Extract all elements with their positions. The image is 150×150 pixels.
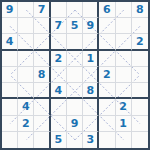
cell-r7c4[interactable]: [51, 99, 67, 115]
cell-r3c9[interactable]: 2: [132, 34, 148, 50]
cell-r9c6[interactable]: 3: [83, 132, 99, 148]
cell-r2c3[interactable]: [34, 18, 50, 34]
cell-r9c7[interactable]: [99, 132, 115, 148]
cell-r5c8[interactable]: [116, 67, 132, 83]
cell-r4c3[interactable]: [34, 51, 50, 67]
cell-r6c3[interactable]: [34, 83, 50, 99]
cell-r7c3[interactable]: [34, 99, 50, 115]
cell-r3c6[interactable]: [83, 34, 99, 50]
cell-r7c9[interactable]: [132, 99, 148, 115]
cell-r4c1[interactable]: [2, 51, 18, 67]
cell-r6c7[interactable]: [99, 83, 115, 99]
cell-r7c5[interactable]: [67, 99, 83, 115]
cell-r8c8[interactable]: 1: [116, 116, 132, 132]
cell-r6c1[interactable]: [2, 83, 18, 99]
cell-r4c7[interactable]: [99, 51, 115, 67]
cell-r9c2[interactable]: [18, 132, 34, 148]
cell-r9c8[interactable]: [116, 132, 132, 148]
cell-r5c1[interactable]: [2, 67, 18, 83]
cell-r6c5[interactable]: [67, 83, 83, 99]
cell-r2c9[interactable]: [132, 18, 148, 34]
cell-r2c1[interactable]: [2, 18, 18, 34]
cell-r5c5[interactable]: [67, 67, 83, 83]
cell-r2c2[interactable]: [18, 18, 34, 34]
cell-r4c6[interactable]: 1: [83, 51, 99, 67]
cell-r8c6[interactable]: [83, 116, 99, 132]
cell-r2c5[interactable]: 5: [67, 18, 83, 34]
cell-r8c2[interactable]: 2: [18, 116, 34, 132]
cell-r3c2[interactable]: [18, 34, 34, 50]
cell-r6c8[interactable]: [116, 83, 132, 99]
cell-r4c8[interactable]: [116, 51, 132, 67]
cell-r7c6[interactable]: [83, 99, 99, 115]
cell-r5c7[interactable]: 2: [99, 67, 115, 83]
cell-r3c4[interactable]: [51, 34, 67, 50]
cell-r6c6[interactable]: 8: [83, 83, 99, 99]
cell-r5c4[interactable]: [51, 67, 67, 83]
cell-r2c6[interactable]: 9: [83, 18, 99, 34]
cell-r2c8[interactable]: [116, 18, 132, 34]
cell-r3c1[interactable]: 4: [2, 34, 18, 50]
cell-r5c9[interactable]: [132, 67, 148, 83]
cell-r1c4[interactable]: [51, 2, 67, 18]
cell-r8c4[interactable]: [51, 116, 67, 132]
cell-r2c4[interactable]: 7: [51, 18, 67, 34]
cell-r6c2[interactable]: [18, 83, 34, 99]
cell-r9c4[interactable]: 5: [51, 132, 67, 148]
cell-r8c1[interactable]: [2, 116, 18, 132]
cell-r6c9[interactable]: [132, 83, 148, 99]
cell-r7c8[interactable]: 2: [116, 99, 132, 115]
cell-r3c7[interactable]: [99, 34, 115, 50]
cell-r9c1[interactable]: [2, 132, 18, 148]
cell-r1c1[interactable]: 9: [2, 2, 18, 18]
cell-r1c8[interactable]: [116, 2, 132, 18]
cell-r5c6[interactable]: [83, 67, 99, 83]
cell-r8c9[interactable]: [132, 116, 148, 132]
cell-r1c9[interactable]: 8: [132, 2, 148, 18]
cell-r8c7[interactable]: [99, 116, 115, 132]
cell-r3c5[interactable]: [67, 34, 83, 50]
cell-r4c4[interactable]: 2: [51, 51, 67, 67]
cell-r9c9[interactable]: [132, 132, 148, 148]
cell-r7c2[interactable]: 4: [18, 99, 34, 115]
cell-r9c5[interactable]: [67, 132, 83, 148]
cell-r4c9[interactable]: [132, 51, 148, 67]
cell-r1c6[interactable]: [83, 2, 99, 18]
cell-r4c5[interactable]: [67, 51, 83, 67]
sudoku-board: 9768759422182484229153: [0, 0, 150, 150]
cell-r1c3[interactable]: 7: [34, 2, 50, 18]
cell-r9c3[interactable]: [34, 132, 50, 148]
cell-r8c5[interactable]: 9: [67, 116, 83, 132]
cell-r8c3[interactable]: [34, 116, 50, 132]
cell-r1c7[interactable]: 6: [99, 2, 115, 18]
cell-r7c1[interactable]: [2, 99, 18, 115]
cell-r1c2[interactable]: [18, 2, 34, 18]
cell-r5c2[interactable]: [18, 67, 34, 83]
cell-r5c3[interactable]: 8: [34, 67, 50, 83]
cell-r4c2[interactable]: [18, 51, 34, 67]
cell-r1c5[interactable]: [67, 2, 83, 18]
cell-r2c7[interactable]: [99, 18, 115, 34]
cell-r3c3[interactable]: [34, 34, 50, 50]
cell-r6c4[interactable]: 4: [51, 83, 67, 99]
sudoku-grid: 9768759422182484229153: [2, 2, 148, 148]
cell-r7c7[interactable]: [99, 99, 115, 115]
cell-r3c8[interactable]: [116, 34, 132, 50]
